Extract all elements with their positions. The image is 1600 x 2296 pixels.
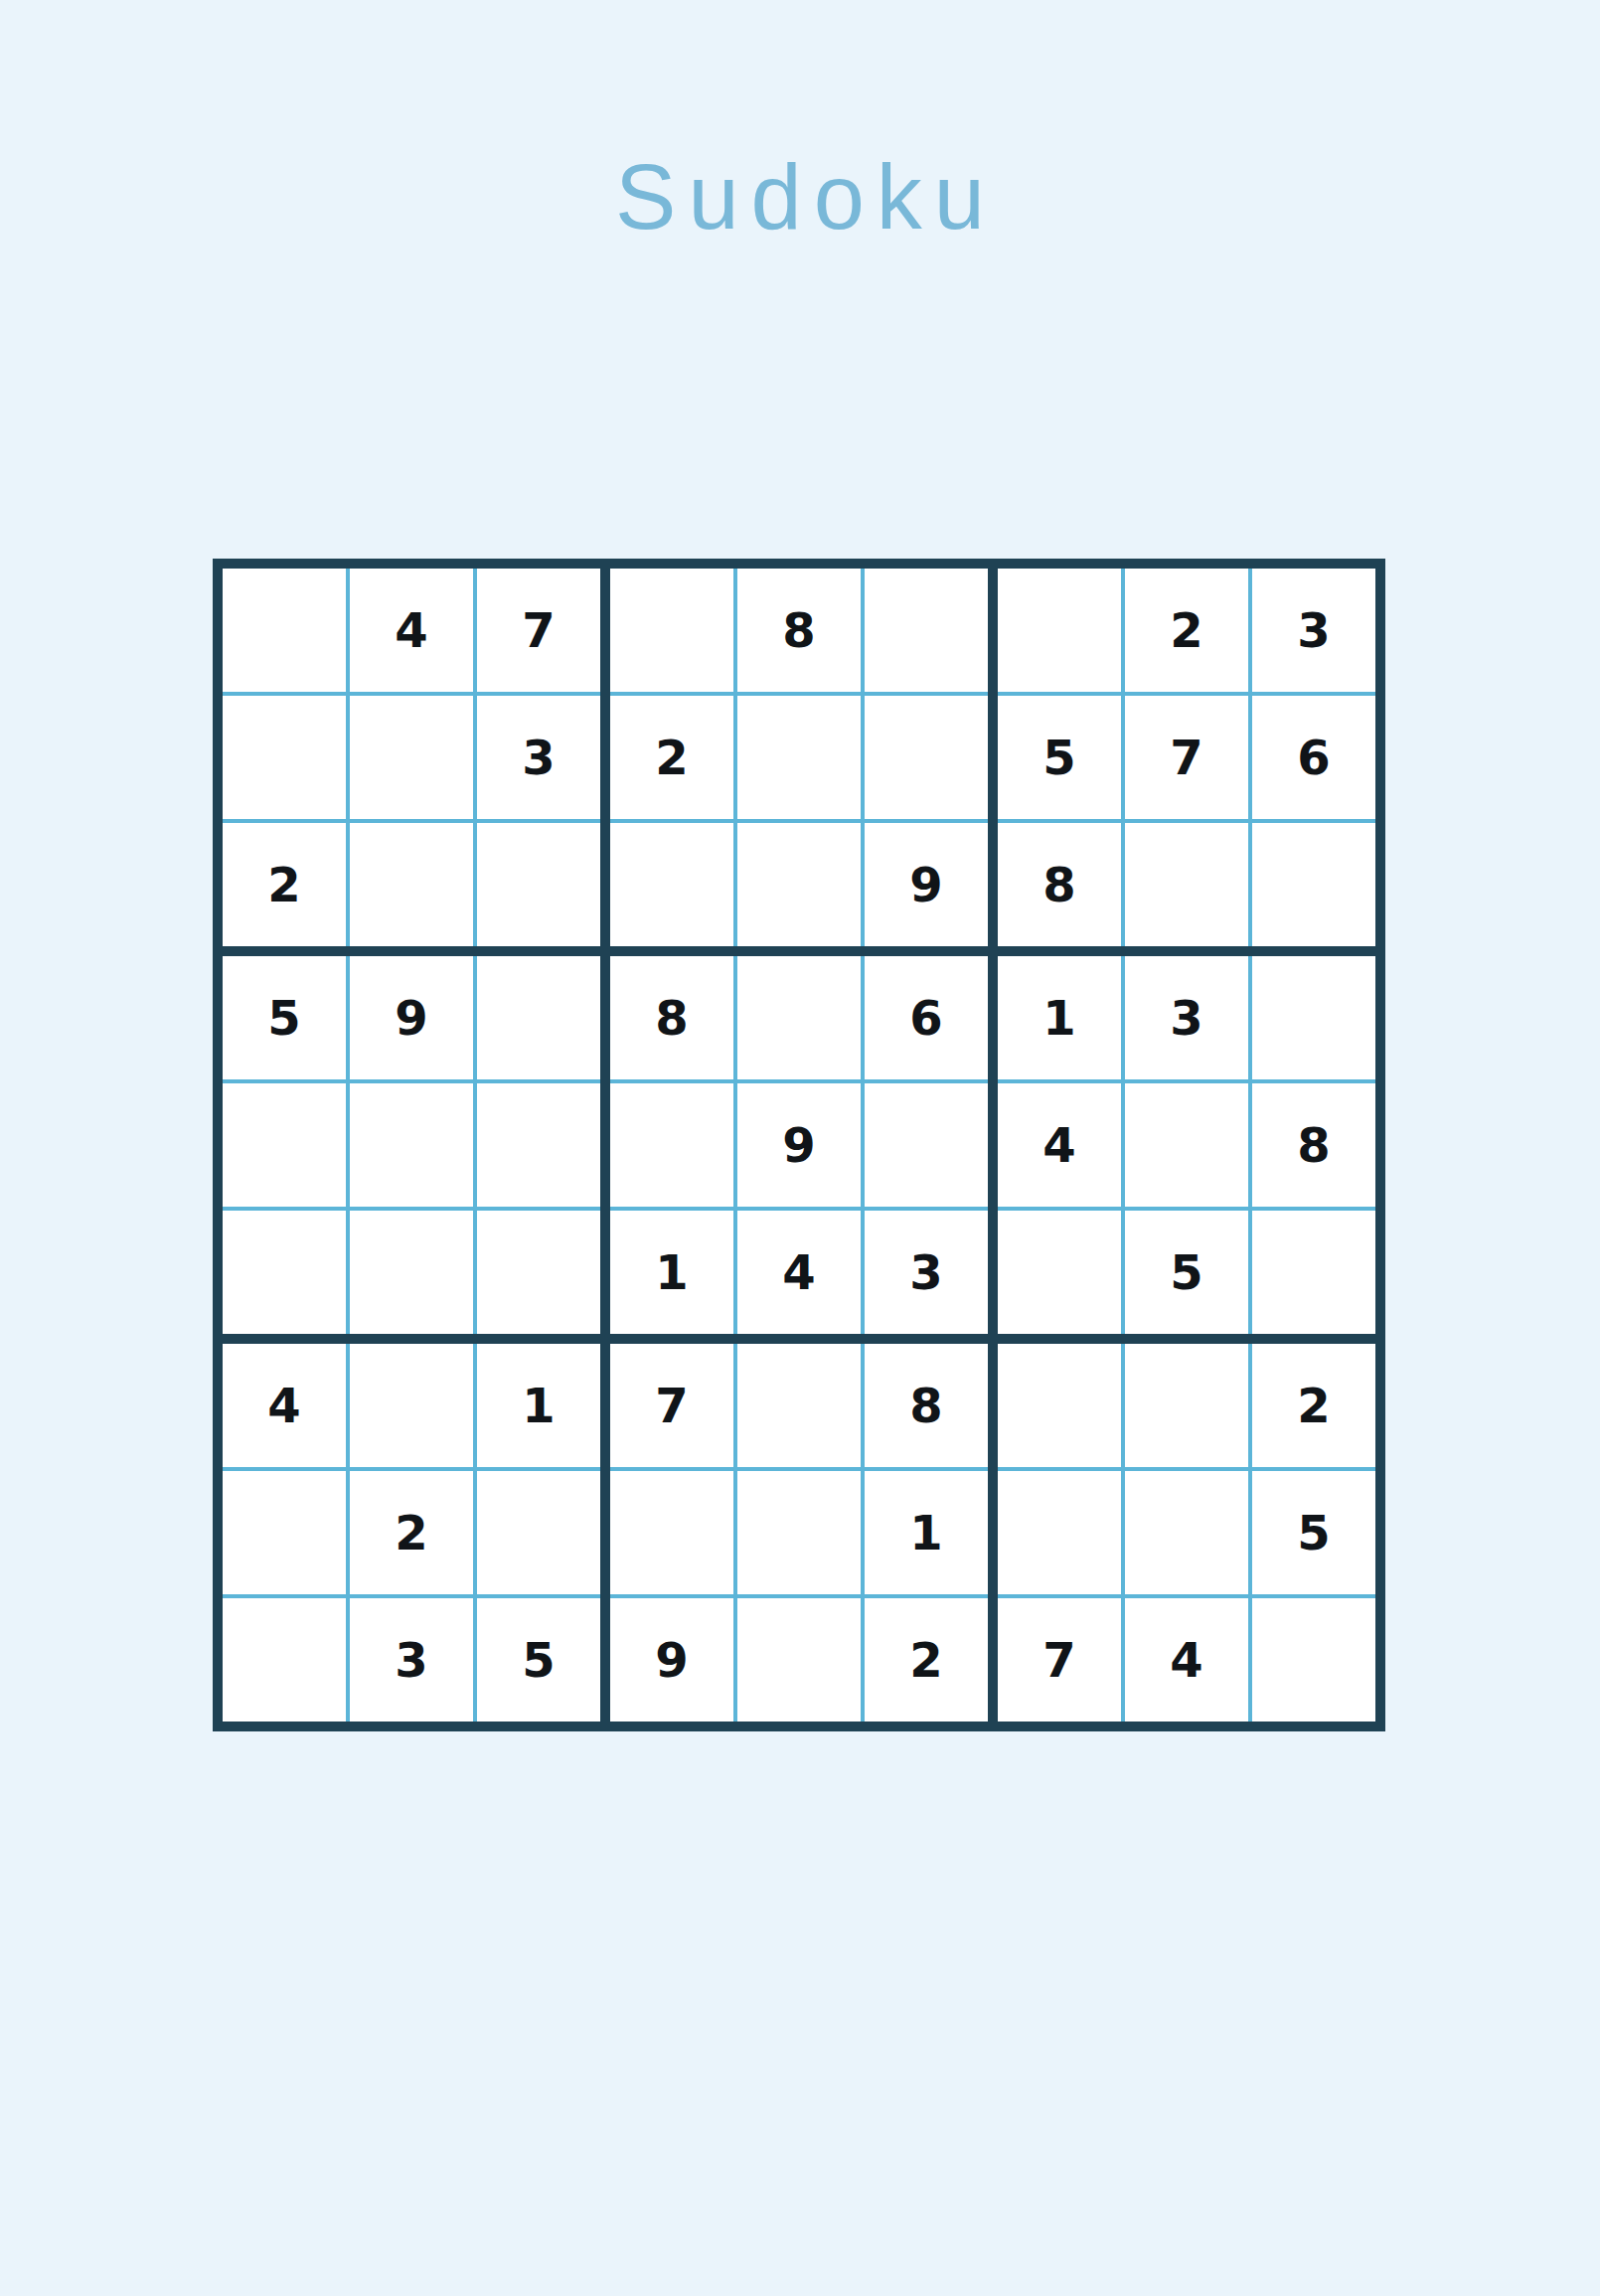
sudoku-board: 4732829235768598691431348541235781922574 bbox=[213, 559, 1385, 1731]
cell-r8c7[interactable] bbox=[998, 1471, 1121, 1594]
cell-r9c4[interactable]: 9 bbox=[610, 1598, 733, 1722]
cell-r1c9[interactable]: 3 bbox=[1252, 569, 1375, 692]
box-1: 4732 bbox=[223, 569, 600, 946]
cell-r3c7[interactable]: 8 bbox=[998, 823, 1121, 946]
cell-r5c8[interactable] bbox=[1125, 1083, 1248, 1207]
cell-r8c6[interactable]: 1 bbox=[865, 1471, 988, 1594]
cell-r2c4[interactable]: 2 bbox=[610, 696, 733, 819]
box-3: 235768 bbox=[998, 569, 1375, 946]
cell-r6c7[interactable] bbox=[998, 1211, 1121, 1334]
cell-r8c3[interactable] bbox=[477, 1471, 600, 1594]
cell-r7c3[interactable]: 1 bbox=[477, 1344, 600, 1467]
cell-r7c8[interactable] bbox=[1125, 1344, 1248, 1467]
cell-r4c8[interactable]: 3 bbox=[1125, 956, 1248, 1079]
box-7: 41235 bbox=[223, 1344, 600, 1722]
cell-r9c8[interactable]: 4 bbox=[1125, 1598, 1248, 1722]
cell-r9c2[interactable]: 3 bbox=[350, 1598, 473, 1722]
cell-r9c3[interactable]: 5 bbox=[477, 1598, 600, 1722]
cell-r2c2[interactable] bbox=[350, 696, 473, 819]
cell-r1c1[interactable] bbox=[223, 569, 346, 692]
cell-r2c9[interactable]: 6 bbox=[1252, 696, 1375, 819]
box-2: 829 bbox=[610, 569, 988, 946]
cell-r6c1[interactable] bbox=[223, 1211, 346, 1334]
cell-r9c5[interactable] bbox=[737, 1598, 861, 1722]
box-6: 13485 bbox=[998, 956, 1375, 1334]
cell-r8c9[interactable]: 5 bbox=[1252, 1471, 1375, 1594]
box-8: 78192 bbox=[610, 1344, 988, 1722]
cell-r5c6[interactable] bbox=[865, 1083, 988, 1207]
cell-r5c9[interactable]: 8 bbox=[1252, 1083, 1375, 1207]
cell-r5c5[interactable]: 9 bbox=[737, 1083, 861, 1207]
cell-r1c4[interactable] bbox=[610, 569, 733, 692]
cell-r6c6[interactable]: 3 bbox=[865, 1211, 988, 1334]
cell-r5c4[interactable] bbox=[610, 1083, 733, 1207]
cell-r2c7[interactable]: 5 bbox=[998, 696, 1121, 819]
cell-r7c9[interactable]: 2 bbox=[1252, 1344, 1375, 1467]
cell-r2c8[interactable]: 7 bbox=[1125, 696, 1248, 819]
cell-r8c1[interactable] bbox=[223, 1471, 346, 1594]
cell-r9c1[interactable] bbox=[223, 1598, 346, 1722]
cell-r3c4[interactable] bbox=[610, 823, 733, 946]
cell-r7c5[interactable] bbox=[737, 1344, 861, 1467]
cell-r1c2[interactable]: 4 bbox=[350, 569, 473, 692]
cell-r4c7[interactable]: 1 bbox=[998, 956, 1121, 1079]
cell-r1c5[interactable]: 8 bbox=[737, 569, 861, 692]
cell-r5c3[interactable] bbox=[477, 1083, 600, 1207]
cell-r5c1[interactable] bbox=[223, 1083, 346, 1207]
cell-r3c3[interactable] bbox=[477, 823, 600, 946]
cell-r4c5[interactable] bbox=[737, 956, 861, 1079]
box-5: 869143 bbox=[610, 956, 988, 1334]
cell-r3c9[interactable] bbox=[1252, 823, 1375, 946]
cell-r4c9[interactable] bbox=[1252, 956, 1375, 1079]
cell-r9c9[interactable] bbox=[1252, 1598, 1375, 1722]
cell-r8c5[interactable] bbox=[737, 1471, 861, 1594]
cell-r8c8[interactable] bbox=[1125, 1471, 1248, 1594]
cell-r4c6[interactable]: 6 bbox=[865, 956, 988, 1079]
cell-r7c2[interactable] bbox=[350, 1344, 473, 1467]
cell-r1c3[interactable]: 7 bbox=[477, 569, 600, 692]
cell-r9c6[interactable]: 2 bbox=[865, 1598, 988, 1722]
cell-r2c1[interactable] bbox=[223, 696, 346, 819]
cell-r3c1[interactable]: 2 bbox=[223, 823, 346, 946]
cell-r4c2[interactable]: 9 bbox=[350, 956, 473, 1079]
cell-r5c7[interactable]: 4 bbox=[998, 1083, 1121, 1207]
cell-r9c7[interactable]: 7 bbox=[998, 1598, 1121, 1722]
cell-r7c4[interactable]: 7 bbox=[610, 1344, 733, 1467]
cell-r7c1[interactable]: 4 bbox=[223, 1344, 346, 1467]
cell-r4c3[interactable] bbox=[477, 956, 600, 1079]
cell-r6c9[interactable] bbox=[1252, 1211, 1375, 1334]
cell-r1c8[interactable]: 2 bbox=[1125, 569, 1248, 692]
cell-r3c5[interactable] bbox=[737, 823, 861, 946]
cell-r6c8[interactable]: 5 bbox=[1125, 1211, 1248, 1334]
cell-r2c3[interactable]: 3 bbox=[477, 696, 600, 819]
cell-r6c3[interactable] bbox=[477, 1211, 600, 1334]
cell-r3c2[interactable] bbox=[350, 823, 473, 946]
cell-r3c8[interactable] bbox=[1125, 823, 1248, 946]
cell-r6c4[interactable]: 1 bbox=[610, 1211, 733, 1334]
cell-r8c2[interactable]: 2 bbox=[350, 1471, 473, 1594]
box-4: 59 bbox=[223, 956, 600, 1334]
cell-r3c6[interactable]: 9 bbox=[865, 823, 988, 946]
cell-r6c5[interactable]: 4 bbox=[737, 1211, 861, 1334]
cell-r4c4[interactable]: 8 bbox=[610, 956, 733, 1079]
cell-r7c7[interactable] bbox=[998, 1344, 1121, 1467]
cell-r2c6[interactable] bbox=[865, 696, 988, 819]
cell-r6c2[interactable] bbox=[350, 1211, 473, 1334]
cell-r7c6[interactable]: 8 bbox=[865, 1344, 988, 1467]
cell-r4c1[interactable]: 5 bbox=[223, 956, 346, 1079]
box-9: 2574 bbox=[998, 1344, 1375, 1722]
cell-r1c7[interactable] bbox=[998, 569, 1121, 692]
cell-r5c2[interactable] bbox=[350, 1083, 473, 1207]
page-title: Sudoku bbox=[0, 151, 1600, 243]
cell-r2c5[interactable] bbox=[737, 696, 861, 819]
cell-r1c6[interactable] bbox=[865, 569, 988, 692]
cell-r8c4[interactable] bbox=[610, 1471, 733, 1594]
